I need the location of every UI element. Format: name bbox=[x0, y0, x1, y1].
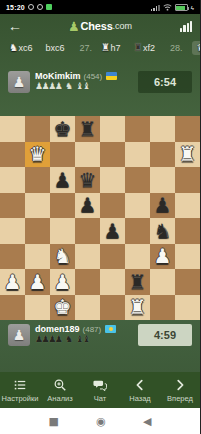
square-f5[interactable] bbox=[125, 193, 150, 219]
square-g5[interactable]: ♟ bbox=[150, 193, 175, 219]
square-e5[interactable] bbox=[100, 193, 125, 219]
toolbar-label: Анализ bbox=[47, 394, 72, 403]
app-notification-icon bbox=[46, 4, 52, 10]
move-item[interactable]: ♜xf2 bbox=[134, 43, 155, 53]
status-time: 15:20 bbox=[6, 4, 25, 11]
toolbar-chat-button[interactable]: Чат bbox=[80, 372, 120, 408]
toolbar-label: Назад bbox=[129, 394, 151, 403]
black-p-piece: ♟ bbox=[154, 195, 172, 215]
square-h6[interactable] bbox=[175, 167, 200, 193]
player-top: ♟ MoKimkim (454) ♟♟♟♟♞♝♝ 6:54 bbox=[0, 58, 200, 116]
white-Q-piece-icon: ♛ bbox=[197, 43, 201, 53]
black-p-piece: ♟ bbox=[79, 195, 97, 215]
captured-group: ♞ bbox=[65, 81, 72, 91]
spacer bbox=[0, 354, 200, 372]
settings-list-icon bbox=[13, 378, 27, 392]
square-d4[interactable] bbox=[75, 218, 100, 244]
square-c7[interactable] bbox=[50, 142, 75, 168]
connection-bars-icon[interactable] bbox=[180, 21, 192, 32]
square-h7[interactable]: ♜ bbox=[175, 142, 200, 168]
analysis-icon bbox=[53, 378, 67, 392]
avatar-bottom[interactable]: ♟ bbox=[8, 324, 30, 346]
white-p-piece: ♟ bbox=[54, 272, 72, 292]
captured-group: ♟♟♟♟ bbox=[35, 81, 61, 91]
move-item[interactable]: ♜h7 bbox=[101, 43, 120, 53]
square-b5[interactable] bbox=[25, 193, 50, 219]
captured-group: ♟♟♟♟ bbox=[35, 334, 61, 344]
square-e3[interactable] bbox=[100, 244, 125, 270]
captured-pieces-bottom: ♟♟♟♟♞♝♝ bbox=[35, 335, 116, 344]
captured-group: ♝♝ bbox=[76, 334, 89, 344]
move-number: 28. bbox=[170, 43, 183, 53]
signal-icon bbox=[151, 5, 160, 12]
square-h2[interactable] bbox=[175, 269, 200, 295]
white-N-piece-icon: ♞ bbox=[9, 43, 18, 53]
player-bottom-name[interactable]: domen189 bbox=[35, 324, 80, 334]
black-p-piece: ♟ bbox=[54, 170, 72, 190]
black-R-piece-icon: ♜ bbox=[134, 43, 143, 53]
header: ← ♟ Chess .com bbox=[0, 14, 200, 38]
square-b1[interactable] bbox=[25, 295, 50, 321]
square-b2[interactable]: ♟ bbox=[25, 269, 50, 295]
square-b8[interactable] bbox=[25, 116, 50, 142]
square-c5[interactable] bbox=[50, 193, 75, 219]
square-d8[interactable]: ♜ bbox=[75, 116, 100, 142]
player-bottom: ♟ domen189 (487) ♟♟♟♟♞♝♝ 4:59 bbox=[0, 320, 200, 354]
back-chevron-icon bbox=[133, 378, 147, 392]
captured-group: ♝♝ bbox=[76, 81, 89, 91]
square-e1[interactable] bbox=[100, 295, 125, 321]
alarm-icon bbox=[28, 4, 34, 10]
black-q-piece: ♛ bbox=[79, 170, 97, 190]
app-screen: 15:20 ϟ ← ♟ Chess .com ♞xc6bxc627.♜h7♜xf… bbox=[0, 0, 200, 434]
black-r-piece: ♜ bbox=[129, 272, 147, 292]
white-R-piece-icon: ♜ bbox=[101, 43, 110, 53]
android-nav-bar: ■ ◉ ◀ bbox=[0, 408, 200, 434]
move-list[interactable]: ♞xc6bxc627.♜h7♜xf228.♛b7# bbox=[0, 38, 200, 58]
square-d7[interactable] bbox=[75, 142, 100, 168]
move-number: 27. bbox=[80, 43, 93, 53]
toolbar-analysis-button[interactable]: Анализ bbox=[40, 372, 80, 408]
square-h1[interactable] bbox=[175, 295, 200, 321]
square-e8[interactable] bbox=[100, 116, 125, 142]
square-a6[interactable] bbox=[0, 167, 25, 193]
square-e2[interactable] bbox=[100, 269, 125, 295]
toolbar-settings-list-button[interactable]: Настройки bbox=[0, 372, 40, 408]
toolbar-back-chevron-button[interactable]: Назад bbox=[120, 372, 160, 408]
square-g6[interactable] bbox=[150, 167, 175, 193]
wifi-icon bbox=[163, 3, 172, 11]
square-a3[interactable] bbox=[0, 244, 25, 270]
black-r-piece: ♜ bbox=[79, 119, 97, 139]
square-c1[interactable]: ♚ bbox=[50, 295, 75, 321]
avatar-top[interactable]: ♟ bbox=[8, 71, 30, 93]
move-item[interactable]: ♛b7# bbox=[192, 41, 201, 55]
square-c8[interactable]: ♚ bbox=[50, 116, 75, 142]
chesscom-logo: ♟ Chess .com bbox=[68, 19, 132, 34]
status-bar: 15:20 ϟ bbox=[0, 0, 200, 14]
square-g8[interactable] bbox=[150, 116, 175, 142]
black-p-piece: ♟ bbox=[104, 221, 122, 241]
square-c6[interactable]: ♟ bbox=[50, 167, 75, 193]
square-c2[interactable]: ♟ bbox=[50, 269, 75, 295]
android-back-button[interactable]: ◀ bbox=[143, 416, 151, 427]
home-button[interactable]: ◉ bbox=[96, 416, 106, 427]
charging-icon: ϟ bbox=[191, 5, 194, 11]
square-b4[interactable] bbox=[25, 218, 50, 244]
black-n-piece: ♞ bbox=[154, 221, 172, 241]
white-k-piece: ♚ bbox=[54, 297, 72, 317]
black-k-piece: ♚ bbox=[54, 119, 72, 139]
ukraine-flag-icon bbox=[106, 72, 117, 80]
square-b6[interactable] bbox=[25, 167, 50, 193]
chess-board[interactable]: ♚♜♛♜♟♛♟♟♟♞♞♟♟♟♟♜♚♜ bbox=[0, 116, 200, 320]
forward-chevron-icon bbox=[173, 378, 187, 392]
square-g7[interactable] bbox=[150, 142, 175, 168]
clock-top: 6:54 bbox=[138, 71, 192, 93]
square-d3[interactable] bbox=[75, 244, 100, 270]
square-d2[interactable] bbox=[75, 269, 100, 295]
square-a5[interactable] bbox=[0, 193, 25, 219]
square-g2[interactable] bbox=[150, 269, 175, 295]
white-q-piece: ♛ bbox=[29, 144, 47, 164]
kazakhstan-flag-icon bbox=[105, 325, 116, 333]
square-f8[interactable] bbox=[125, 116, 150, 142]
toolbar-label: Вперед bbox=[167, 394, 193, 403]
player-top-rating: (454) bbox=[84, 72, 103, 81]
toolbar-forward-chevron-button[interactable]: Вперед bbox=[160, 372, 200, 408]
white-r-piece: ♜ bbox=[179, 144, 197, 164]
square-a4[interactable] bbox=[0, 218, 25, 244]
square-c3[interactable]: ♞ bbox=[50, 244, 75, 270]
square-e4[interactable]: ♟ bbox=[100, 218, 125, 244]
player-top-name[interactable]: MoKimkim bbox=[35, 71, 81, 81]
square-f7[interactable] bbox=[125, 142, 150, 168]
watch-icon bbox=[37, 4, 43, 10]
square-d6[interactable]: ♛ bbox=[75, 167, 100, 193]
square-f4[interactable] bbox=[125, 218, 150, 244]
back-button[interactable]: ← bbox=[8, 19, 28, 33]
square-d1[interactable] bbox=[75, 295, 100, 321]
square-c4[interactable] bbox=[50, 218, 75, 244]
square-f6[interactable] bbox=[125, 167, 150, 193]
white-r-piece: ♜ bbox=[129, 297, 147, 317]
white-p-piece: ♟ bbox=[4, 272, 22, 292]
square-f2[interactable]: ♜ bbox=[125, 269, 150, 295]
white-n-piece: ♞ bbox=[54, 246, 72, 266]
white-p-piece: ♟ bbox=[154, 246, 172, 266]
square-e6[interactable] bbox=[100, 167, 125, 193]
square-g1[interactable] bbox=[150, 295, 175, 321]
square-f1[interactable]: ♜ bbox=[125, 295, 150, 321]
square-g4[interactable]: ♞ bbox=[150, 218, 175, 244]
logo-pawn-icon: ♟ bbox=[68, 19, 80, 34]
recents-button[interactable]: ■ bbox=[49, 416, 59, 427]
move-item[interactable]: bxc6 bbox=[45, 43, 64, 53]
captured-pieces-top: ♟♟♟♟♞♝♝ bbox=[35, 82, 117, 91]
clock-bottom: 4:59 bbox=[138, 324, 192, 346]
player-bottom-rating: (487) bbox=[83, 325, 102, 334]
square-g3[interactable]: ♟ bbox=[150, 244, 175, 270]
square-h5[interactable] bbox=[175, 193, 200, 219]
square-h8[interactable] bbox=[175, 116, 200, 142]
toolbar-label: Чат bbox=[94, 394, 106, 403]
square-a1[interactable] bbox=[0, 295, 25, 321]
square-a8[interactable] bbox=[0, 116, 25, 142]
square-a2[interactable]: ♟ bbox=[0, 269, 25, 295]
captured-group: ♞ bbox=[65, 334, 72, 344]
logo-suffix: .com bbox=[113, 21, 133, 31]
square-h3[interactable] bbox=[175, 244, 200, 270]
battery-icon bbox=[175, 4, 188, 11]
square-e7[interactable] bbox=[100, 142, 125, 168]
square-a7[interactable] bbox=[0, 142, 25, 168]
square-b3[interactable] bbox=[25, 244, 50, 270]
square-d5[interactable]: ♟ bbox=[75, 193, 100, 219]
move-item[interactable]: ♞xc6 bbox=[9, 43, 32, 53]
square-f3[interactable] bbox=[125, 244, 150, 270]
chat-icon bbox=[93, 378, 107, 392]
white-p-piece: ♟ bbox=[29, 272, 47, 292]
square-h4[interactable] bbox=[175, 218, 200, 244]
toolbar-label: Настройки bbox=[2, 394, 39, 403]
square-b7[interactable]: ♛ bbox=[25, 142, 50, 168]
game-toolbar: НастройкиАнализЧатНазадВперед bbox=[0, 372, 200, 408]
logo-text: Chess bbox=[81, 20, 113, 32]
